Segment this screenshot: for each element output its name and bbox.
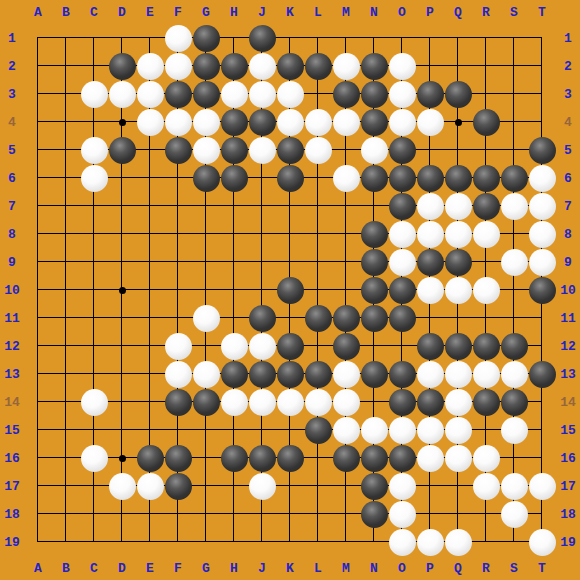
intersection-C9[interactable] bbox=[80, 248, 108, 276]
intersection-G10[interactable] bbox=[192, 276, 220, 304]
intersection-F8[interactable] bbox=[164, 220, 192, 248]
intersection-S8[interactable] bbox=[500, 220, 528, 248]
intersection-R11[interactable] bbox=[472, 304, 500, 332]
intersection-M8[interactable] bbox=[332, 220, 360, 248]
intersection-H2[interactable] bbox=[220, 52, 248, 80]
intersection-R4[interactable] bbox=[472, 108, 500, 136]
intersection-C5[interactable] bbox=[80, 136, 108, 164]
intersection-G18[interactable] bbox=[192, 500, 220, 528]
intersection-S2[interactable] bbox=[500, 52, 528, 80]
intersection-R5[interactable] bbox=[472, 136, 500, 164]
intersection-K15[interactable] bbox=[276, 416, 304, 444]
intersection-O10[interactable] bbox=[388, 276, 416, 304]
intersection-F3[interactable] bbox=[164, 80, 192, 108]
intersection-M7[interactable] bbox=[332, 192, 360, 220]
intersection-O5[interactable] bbox=[388, 136, 416, 164]
intersection-K9[interactable] bbox=[276, 248, 304, 276]
intersection-E11[interactable] bbox=[136, 304, 164, 332]
intersection-G4[interactable] bbox=[192, 108, 220, 136]
intersection-P13[interactable] bbox=[416, 360, 444, 388]
intersection-B10[interactable] bbox=[52, 276, 80, 304]
intersection-H17[interactable] bbox=[220, 472, 248, 500]
intersection-A9[interactable] bbox=[24, 248, 52, 276]
intersection-C10[interactable] bbox=[80, 276, 108, 304]
intersection-H1[interactable] bbox=[220, 24, 248, 52]
intersection-F10[interactable] bbox=[164, 276, 192, 304]
intersection-F13[interactable] bbox=[164, 360, 192, 388]
intersection-S18[interactable] bbox=[500, 500, 528, 528]
intersection-S6[interactable] bbox=[500, 164, 528, 192]
intersection-Q17[interactable] bbox=[444, 472, 472, 500]
intersection-N9[interactable] bbox=[360, 248, 388, 276]
intersection-Q5[interactable] bbox=[444, 136, 472, 164]
intersection-A15[interactable] bbox=[24, 416, 52, 444]
intersection-B8[interactable] bbox=[52, 220, 80, 248]
intersection-D7[interactable] bbox=[108, 192, 136, 220]
intersection-J4[interactable] bbox=[248, 108, 276, 136]
intersection-J11[interactable] bbox=[248, 304, 276, 332]
intersection-S12[interactable] bbox=[500, 332, 528, 360]
intersection-D6[interactable] bbox=[108, 164, 136, 192]
intersection-J8[interactable] bbox=[248, 220, 276, 248]
intersection-R17[interactable] bbox=[472, 472, 500, 500]
intersection-L7[interactable] bbox=[304, 192, 332, 220]
intersection-P17[interactable] bbox=[416, 472, 444, 500]
intersection-E13[interactable] bbox=[136, 360, 164, 388]
intersection-L1[interactable] bbox=[304, 24, 332, 52]
intersection-C13[interactable] bbox=[80, 360, 108, 388]
intersection-P14[interactable] bbox=[416, 388, 444, 416]
intersection-J18[interactable] bbox=[248, 500, 276, 528]
intersection-D4[interactable] bbox=[108, 108, 136, 136]
intersection-J14[interactable] bbox=[248, 388, 276, 416]
intersection-D3[interactable] bbox=[108, 80, 136, 108]
intersection-K17[interactable] bbox=[276, 472, 304, 500]
intersection-A11[interactable] bbox=[24, 304, 52, 332]
intersection-M6[interactable] bbox=[332, 164, 360, 192]
intersection-B7[interactable] bbox=[52, 192, 80, 220]
intersection-M3[interactable] bbox=[332, 80, 360, 108]
intersection-G12[interactable] bbox=[192, 332, 220, 360]
intersection-M12[interactable] bbox=[332, 332, 360, 360]
intersection-T7[interactable] bbox=[528, 192, 556, 220]
intersection-F1[interactable] bbox=[164, 24, 192, 52]
intersection-Q6[interactable] bbox=[444, 164, 472, 192]
intersection-S4[interactable] bbox=[500, 108, 528, 136]
intersection-K2[interactable] bbox=[276, 52, 304, 80]
intersection-E5[interactable] bbox=[136, 136, 164, 164]
intersection-H3[interactable] bbox=[220, 80, 248, 108]
intersection-M4[interactable] bbox=[332, 108, 360, 136]
intersection-R16[interactable] bbox=[472, 444, 500, 472]
intersection-O9[interactable] bbox=[388, 248, 416, 276]
intersection-O15[interactable] bbox=[388, 416, 416, 444]
intersection-R18[interactable] bbox=[472, 500, 500, 528]
intersection-F7[interactable] bbox=[164, 192, 192, 220]
intersection-E3[interactable] bbox=[136, 80, 164, 108]
intersection-E2[interactable] bbox=[136, 52, 164, 80]
intersection-T14[interactable] bbox=[528, 388, 556, 416]
intersection-E17[interactable] bbox=[136, 472, 164, 500]
intersection-F18[interactable] bbox=[164, 500, 192, 528]
intersection-L14[interactable] bbox=[304, 388, 332, 416]
intersection-P7[interactable] bbox=[416, 192, 444, 220]
intersection-A14[interactable] bbox=[24, 388, 52, 416]
intersection-O16[interactable] bbox=[388, 444, 416, 472]
intersection-C11[interactable] bbox=[80, 304, 108, 332]
intersection-H18[interactable] bbox=[220, 500, 248, 528]
intersection-P16[interactable] bbox=[416, 444, 444, 472]
intersection-C7[interactable] bbox=[80, 192, 108, 220]
intersection-A17[interactable] bbox=[24, 472, 52, 500]
intersection-R19[interactable] bbox=[472, 528, 500, 556]
intersection-F5[interactable] bbox=[164, 136, 192, 164]
intersection-G11[interactable] bbox=[192, 304, 220, 332]
intersection-K14[interactable] bbox=[276, 388, 304, 416]
intersection-A3[interactable] bbox=[24, 80, 52, 108]
intersection-Q10[interactable] bbox=[444, 276, 472, 304]
intersection-K7[interactable] bbox=[276, 192, 304, 220]
intersection-D10[interactable] bbox=[108, 276, 136, 304]
intersection-E7[interactable] bbox=[136, 192, 164, 220]
intersection-K11[interactable] bbox=[276, 304, 304, 332]
intersection-M18[interactable] bbox=[332, 500, 360, 528]
intersection-C4[interactable] bbox=[80, 108, 108, 136]
intersection-T16[interactable] bbox=[528, 444, 556, 472]
intersection-N14[interactable] bbox=[360, 388, 388, 416]
intersection-R15[interactable] bbox=[472, 416, 500, 444]
intersection-A12[interactable] bbox=[24, 332, 52, 360]
intersection-M11[interactable] bbox=[332, 304, 360, 332]
intersection-G1[interactable] bbox=[192, 24, 220, 52]
intersection-D11[interactable] bbox=[108, 304, 136, 332]
intersection-J7[interactable] bbox=[248, 192, 276, 220]
intersection-N7[interactable] bbox=[360, 192, 388, 220]
intersection-J19[interactable] bbox=[248, 528, 276, 556]
intersection-A1[interactable] bbox=[24, 24, 52, 52]
intersection-E4[interactable] bbox=[136, 108, 164, 136]
intersection-L5[interactable] bbox=[304, 136, 332, 164]
intersection-Q15[interactable] bbox=[444, 416, 472, 444]
intersection-Q13[interactable] bbox=[444, 360, 472, 388]
intersection-H6[interactable] bbox=[220, 164, 248, 192]
intersection-R3[interactable] bbox=[472, 80, 500, 108]
intersection-N6[interactable] bbox=[360, 164, 388, 192]
intersection-Q19[interactable] bbox=[444, 528, 472, 556]
intersection-B16[interactable] bbox=[52, 444, 80, 472]
intersection-O11[interactable] bbox=[388, 304, 416, 332]
intersection-O17[interactable] bbox=[388, 472, 416, 500]
intersection-F15[interactable] bbox=[164, 416, 192, 444]
intersection-O8[interactable] bbox=[388, 220, 416, 248]
intersection-A16[interactable] bbox=[24, 444, 52, 472]
intersection-T10[interactable] bbox=[528, 276, 556, 304]
intersection-T6[interactable] bbox=[528, 164, 556, 192]
intersection-L6[interactable] bbox=[304, 164, 332, 192]
intersection-H15[interactable] bbox=[220, 416, 248, 444]
intersection-Q1[interactable] bbox=[444, 24, 472, 52]
intersection-Q2[interactable] bbox=[444, 52, 472, 80]
intersection-M5[interactable] bbox=[332, 136, 360, 164]
intersection-E16[interactable] bbox=[136, 444, 164, 472]
intersection-D16[interactable] bbox=[108, 444, 136, 472]
intersection-G6[interactable] bbox=[192, 164, 220, 192]
intersection-O4[interactable] bbox=[388, 108, 416, 136]
intersection-H5[interactable] bbox=[220, 136, 248, 164]
intersection-D17[interactable] bbox=[108, 472, 136, 500]
intersection-F19[interactable] bbox=[164, 528, 192, 556]
intersection-G7[interactable] bbox=[192, 192, 220, 220]
intersection-P2[interactable] bbox=[416, 52, 444, 80]
intersection-S14[interactable] bbox=[500, 388, 528, 416]
intersection-O6[interactable] bbox=[388, 164, 416, 192]
intersection-P12[interactable] bbox=[416, 332, 444, 360]
intersection-B11[interactable] bbox=[52, 304, 80, 332]
intersection-H12[interactable] bbox=[220, 332, 248, 360]
intersection-H19[interactable] bbox=[220, 528, 248, 556]
intersection-G19[interactable] bbox=[192, 528, 220, 556]
intersection-P9[interactable] bbox=[416, 248, 444, 276]
intersection-D18[interactable] bbox=[108, 500, 136, 528]
intersection-J12[interactable] bbox=[248, 332, 276, 360]
intersection-A7[interactable] bbox=[24, 192, 52, 220]
intersection-P11[interactable] bbox=[416, 304, 444, 332]
intersection-F17[interactable] bbox=[164, 472, 192, 500]
intersection-N12[interactable] bbox=[360, 332, 388, 360]
intersection-Q8[interactable] bbox=[444, 220, 472, 248]
intersection-E15[interactable] bbox=[136, 416, 164, 444]
intersection-E10[interactable] bbox=[136, 276, 164, 304]
intersection-L19[interactable] bbox=[304, 528, 332, 556]
intersection-K10[interactable] bbox=[276, 276, 304, 304]
intersection-A4[interactable] bbox=[24, 108, 52, 136]
intersection-S3[interactable] bbox=[500, 80, 528, 108]
intersection-F14[interactable] bbox=[164, 388, 192, 416]
intersection-D15[interactable] bbox=[108, 416, 136, 444]
intersection-E9[interactable] bbox=[136, 248, 164, 276]
intersection-T11[interactable] bbox=[528, 304, 556, 332]
intersection-Q7[interactable] bbox=[444, 192, 472, 220]
intersection-N18[interactable] bbox=[360, 500, 388, 528]
intersection-H16[interactable] bbox=[220, 444, 248, 472]
intersection-B14[interactable] bbox=[52, 388, 80, 416]
intersection-C14[interactable] bbox=[80, 388, 108, 416]
intersection-B19[interactable] bbox=[52, 528, 80, 556]
intersection-H10[interactable] bbox=[220, 276, 248, 304]
intersection-E19[interactable] bbox=[136, 528, 164, 556]
intersection-C8[interactable] bbox=[80, 220, 108, 248]
intersection-T9[interactable] bbox=[528, 248, 556, 276]
intersection-R10[interactable] bbox=[472, 276, 500, 304]
intersection-O18[interactable] bbox=[388, 500, 416, 528]
intersection-K16[interactable] bbox=[276, 444, 304, 472]
intersection-B5[interactable] bbox=[52, 136, 80, 164]
intersection-O19[interactable] bbox=[388, 528, 416, 556]
intersection-N15[interactable] bbox=[360, 416, 388, 444]
intersection-R12[interactable] bbox=[472, 332, 500, 360]
intersection-G14[interactable] bbox=[192, 388, 220, 416]
intersection-E8[interactable] bbox=[136, 220, 164, 248]
intersection-K12[interactable] bbox=[276, 332, 304, 360]
intersection-N10[interactable] bbox=[360, 276, 388, 304]
intersection-O7[interactable] bbox=[388, 192, 416, 220]
intersection-O12[interactable] bbox=[388, 332, 416, 360]
intersection-D12[interactable] bbox=[108, 332, 136, 360]
intersection-K4[interactable] bbox=[276, 108, 304, 136]
intersection-C16[interactable] bbox=[80, 444, 108, 472]
intersection-O14[interactable] bbox=[388, 388, 416, 416]
intersection-S15[interactable] bbox=[500, 416, 528, 444]
intersection-G13[interactable] bbox=[192, 360, 220, 388]
intersection-M2[interactable] bbox=[332, 52, 360, 80]
intersection-L12[interactable] bbox=[304, 332, 332, 360]
intersection-H14[interactable] bbox=[220, 388, 248, 416]
intersection-M14[interactable] bbox=[332, 388, 360, 416]
intersection-S7[interactable] bbox=[500, 192, 528, 220]
intersection-B15[interactable] bbox=[52, 416, 80, 444]
intersection-L17[interactable] bbox=[304, 472, 332, 500]
intersection-Q16[interactable] bbox=[444, 444, 472, 472]
intersection-B12[interactable] bbox=[52, 332, 80, 360]
intersection-B1[interactable] bbox=[52, 24, 80, 52]
intersection-T5[interactable] bbox=[528, 136, 556, 164]
intersection-T13[interactable] bbox=[528, 360, 556, 388]
intersection-M16[interactable] bbox=[332, 444, 360, 472]
intersection-J17[interactable] bbox=[248, 472, 276, 500]
intersection-A5[interactable] bbox=[24, 136, 52, 164]
intersection-J5[interactable] bbox=[248, 136, 276, 164]
intersection-M17[interactable] bbox=[332, 472, 360, 500]
intersection-G9[interactable] bbox=[192, 248, 220, 276]
intersection-T4[interactable] bbox=[528, 108, 556, 136]
intersection-S11[interactable] bbox=[500, 304, 528, 332]
intersection-R9[interactable] bbox=[472, 248, 500, 276]
intersection-N4[interactable] bbox=[360, 108, 388, 136]
intersection-K18[interactable] bbox=[276, 500, 304, 528]
intersection-C18[interactable] bbox=[80, 500, 108, 528]
intersection-H9[interactable] bbox=[220, 248, 248, 276]
intersection-Q9[interactable] bbox=[444, 248, 472, 276]
intersection-J16[interactable] bbox=[248, 444, 276, 472]
intersection-A18[interactable] bbox=[24, 500, 52, 528]
intersection-C15[interactable] bbox=[80, 416, 108, 444]
intersection-G2[interactable] bbox=[192, 52, 220, 80]
intersection-B4[interactable] bbox=[52, 108, 80, 136]
intersection-Q18[interactable] bbox=[444, 500, 472, 528]
intersection-R14[interactable] bbox=[472, 388, 500, 416]
intersection-B9[interactable] bbox=[52, 248, 80, 276]
intersection-Q11[interactable] bbox=[444, 304, 472, 332]
intersection-D5[interactable] bbox=[108, 136, 136, 164]
intersection-N2[interactable] bbox=[360, 52, 388, 80]
intersection-P3[interactable] bbox=[416, 80, 444, 108]
intersection-J10[interactable] bbox=[248, 276, 276, 304]
intersection-P15[interactable] bbox=[416, 416, 444, 444]
intersection-M19[interactable] bbox=[332, 528, 360, 556]
intersection-K5[interactable] bbox=[276, 136, 304, 164]
intersection-L2[interactable] bbox=[304, 52, 332, 80]
intersection-J2[interactable] bbox=[248, 52, 276, 80]
intersection-R13[interactable] bbox=[472, 360, 500, 388]
intersection-F12[interactable] bbox=[164, 332, 192, 360]
intersection-C12[interactable] bbox=[80, 332, 108, 360]
intersection-E12[interactable] bbox=[136, 332, 164, 360]
intersection-A8[interactable] bbox=[24, 220, 52, 248]
intersection-F11[interactable] bbox=[164, 304, 192, 332]
intersection-E18[interactable] bbox=[136, 500, 164, 528]
intersection-A10[interactable] bbox=[24, 276, 52, 304]
intersection-S19[interactable] bbox=[500, 528, 528, 556]
intersection-T12[interactable] bbox=[528, 332, 556, 360]
intersection-H4[interactable] bbox=[220, 108, 248, 136]
intersection-K19[interactable] bbox=[276, 528, 304, 556]
intersection-K3[interactable] bbox=[276, 80, 304, 108]
intersection-G15[interactable] bbox=[192, 416, 220, 444]
intersection-T8[interactable] bbox=[528, 220, 556, 248]
intersection-D8[interactable] bbox=[108, 220, 136, 248]
intersection-A19[interactable] bbox=[24, 528, 52, 556]
intersection-T17[interactable] bbox=[528, 472, 556, 500]
intersection-T1[interactable] bbox=[528, 24, 556, 52]
intersection-J1[interactable] bbox=[248, 24, 276, 52]
intersection-F6[interactable] bbox=[164, 164, 192, 192]
intersection-D19[interactable] bbox=[108, 528, 136, 556]
intersection-L10[interactable] bbox=[304, 276, 332, 304]
intersection-N5[interactable] bbox=[360, 136, 388, 164]
intersection-O2[interactable] bbox=[388, 52, 416, 80]
intersection-N17[interactable] bbox=[360, 472, 388, 500]
intersection-S17[interactable] bbox=[500, 472, 528, 500]
intersection-R7[interactable] bbox=[472, 192, 500, 220]
intersection-J15[interactable] bbox=[248, 416, 276, 444]
intersection-P4[interactable] bbox=[416, 108, 444, 136]
intersection-N16[interactable] bbox=[360, 444, 388, 472]
intersection-T18[interactable] bbox=[528, 500, 556, 528]
intersection-S9[interactable] bbox=[500, 248, 528, 276]
intersection-F9[interactable] bbox=[164, 248, 192, 276]
intersection-N11[interactable] bbox=[360, 304, 388, 332]
intersection-B3[interactable] bbox=[52, 80, 80, 108]
intersection-O1[interactable] bbox=[388, 24, 416, 52]
intersection-B17[interactable] bbox=[52, 472, 80, 500]
intersection-A13[interactable] bbox=[24, 360, 52, 388]
intersection-R8[interactable] bbox=[472, 220, 500, 248]
intersection-N19[interactable] bbox=[360, 528, 388, 556]
intersection-N13[interactable] bbox=[360, 360, 388, 388]
intersection-G17[interactable] bbox=[192, 472, 220, 500]
intersection-T19[interactable] bbox=[528, 528, 556, 556]
intersection-G3[interactable] bbox=[192, 80, 220, 108]
intersection-Q14[interactable] bbox=[444, 388, 472, 416]
intersection-R6[interactable] bbox=[472, 164, 500, 192]
intersection-F2[interactable] bbox=[164, 52, 192, 80]
intersection-M10[interactable] bbox=[332, 276, 360, 304]
intersection-B13[interactable] bbox=[52, 360, 80, 388]
intersection-M1[interactable] bbox=[332, 24, 360, 52]
intersection-M9[interactable] bbox=[332, 248, 360, 276]
intersection-H13[interactable] bbox=[220, 360, 248, 388]
intersection-S5[interactable] bbox=[500, 136, 528, 164]
intersection-N1[interactable] bbox=[360, 24, 388, 52]
intersection-J6[interactable] bbox=[248, 164, 276, 192]
intersection-R2[interactable] bbox=[472, 52, 500, 80]
intersection-T2[interactable] bbox=[528, 52, 556, 80]
intersection-P18[interactable] bbox=[416, 500, 444, 528]
intersection-D1[interactable] bbox=[108, 24, 136, 52]
intersection-T3[interactable] bbox=[528, 80, 556, 108]
intersection-N8[interactable] bbox=[360, 220, 388, 248]
intersection-J9[interactable] bbox=[248, 248, 276, 276]
